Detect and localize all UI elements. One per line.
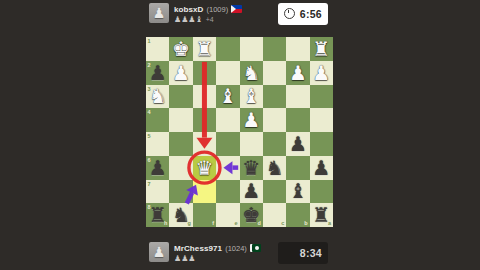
square-e3[interactable]: ♝ (216, 85, 239, 109)
square-h6[interactable]: 6♟ (146, 156, 169, 180)
square-b8[interactable]: b (286, 203, 309, 227)
rank-label: 7 (148, 181, 151, 187)
square-c3[interactable] (263, 85, 286, 109)
bottom-player-bar: ♟ MrChess971 (1024) ♟♟♟ 8:34 (146, 242, 334, 268)
square-a7[interactable] (310, 180, 333, 204)
rank-label: 5 (148, 133, 151, 139)
bottom-player-avatar[interactable]: ♟ (149, 242, 169, 262)
file-label: c (281, 220, 284, 226)
bottom-player-rating: (1024) (225, 244, 247, 253)
square-a5[interactable] (310, 132, 333, 156)
file-label: e (234, 220, 237, 226)
white-bishop: ♝ (240, 85, 263, 109)
square-f1[interactable]: ♜ (193, 37, 216, 61)
square-e2[interactable] (216, 61, 239, 85)
square-d7[interactable]: ♟ (240, 180, 263, 204)
top-player-name: kobsxD (174, 5, 204, 14)
bottom-player-info[interactable]: MrChess971 (1024) ♟♟♟ (174, 243, 261, 263)
square-g8[interactable]: g♞ (169, 203, 192, 227)
black-bishop: ♝ (286, 180, 309, 204)
top-captured-tray: ♟♟♟♝ +4 (174, 15, 242, 24)
white-knight: ♞ (240, 61, 263, 85)
square-d8[interactable]: d♚ (240, 203, 263, 227)
square-a8[interactable]: a♜ (310, 203, 333, 227)
pawn-avatar-icon: ♟ (153, 245, 166, 259)
square-h5[interactable]: 5 (146, 132, 169, 156)
white-rook: ♜ (310, 37, 333, 61)
square-d3[interactable]: ♝ (240, 85, 263, 109)
white-bishop: ♝ (216, 85, 239, 109)
square-h4[interactable]: 4 (146, 108, 169, 132)
white-pawn: ♟ (240, 108, 263, 132)
black-knight: ♞ (169, 203, 192, 227)
top-player-info[interactable]: kobsxD (1009) ♟♟♟♝ +4 (174, 4, 242, 24)
square-c6[interactable]: ♞ (263, 156, 286, 180)
bottom-captured-tray: ♟♟♟ (174, 254, 261, 263)
square-h3[interactable]: 3♞ (146, 85, 169, 109)
rank-label: 1 (148, 38, 151, 44)
white-rook: ♜ (193, 37, 216, 61)
square-g4[interactable] (169, 108, 192, 132)
square-g3[interactable] (169, 85, 192, 109)
square-c5[interactable] (263, 132, 286, 156)
square-g1[interactable]: ♚ (169, 37, 192, 61)
square-b2[interactable]: ♟ (286, 61, 309, 85)
square-e7[interactable] (216, 180, 239, 204)
captured-pieces: ♟♟♟♝ (174, 15, 203, 24)
rank-label: 4 (148, 109, 151, 115)
top-player-clock: 6:56 (278, 3, 328, 25)
square-g6[interactable] (169, 156, 192, 180)
white-pawn: ♟ (169, 61, 192, 85)
bottom-clock-time: 8:34 (300, 247, 322, 259)
square-a2[interactable]: ♟ (310, 61, 333, 85)
square-a3[interactable] (310, 85, 333, 109)
square-a6[interactable]: ♟ (310, 156, 333, 180)
square-f4[interactable] (193, 108, 216, 132)
pawn-avatar-icon: ♟ (153, 6, 166, 20)
square-h8[interactable]: 8h♜ (146, 203, 169, 227)
square-f5[interactable] (193, 132, 216, 156)
square-d2[interactable]: ♞ (240, 61, 263, 85)
black-pawn: ♟ (240, 180, 263, 204)
square-h2[interactable]: 2♟ (146, 61, 169, 85)
top-player-bar: ♟ kobsxD (1009) ♟♟♟♝ +4 6:56 (146, 3, 334, 29)
philippines-flag-icon (231, 5, 242, 13)
black-knight: ♞ (263, 156, 286, 180)
top-player-avatar[interactable]: ♟ (149, 3, 169, 23)
black-pawn: ♟ (286, 132, 309, 156)
white-queen: ♛ (193, 156, 216, 180)
square-b7[interactable]: ♝ (286, 180, 309, 204)
black-pawn: ♟ (310, 156, 333, 180)
square-e4[interactable] (216, 108, 239, 132)
top-player-rating: (1009) (207, 5, 229, 14)
square-b1[interactable] (286, 37, 309, 61)
square-d6[interactable]: ♛ (240, 156, 263, 180)
white-pawn: ♟ (310, 61, 333, 85)
square-a4[interactable] (310, 108, 333, 132)
square-f3[interactable] (193, 85, 216, 109)
square-c2[interactable] (263, 61, 286, 85)
square-h7[interactable]: 7 (146, 180, 169, 204)
square-b6[interactable] (286, 156, 309, 180)
white-king: ♚ (169, 37, 192, 61)
square-e8[interactable]: e (216, 203, 239, 227)
square-g7[interactable] (169, 180, 192, 204)
square-e5[interactable] (216, 132, 239, 156)
bottom-player-clock: 8:34 (278, 242, 328, 264)
square-d1[interactable] (240, 37, 263, 61)
material-advantage: +4 (206, 15, 214, 24)
black-rook: ♜ (310, 203, 333, 227)
black-queen: ♛ (240, 156, 263, 180)
square-f2[interactable] (193, 61, 216, 85)
square-c4[interactable] (263, 108, 286, 132)
black-king: ♚ (240, 203, 263, 227)
black-pawn: ♟ (146, 156, 169, 180)
file-label: f (212, 220, 214, 226)
pakistan-flag-icon (250, 244, 261, 252)
square-d4[interactable]: ♟ (240, 108, 263, 132)
top-clock-time: 6:56 (300, 8, 322, 20)
square-e6[interactable] (216, 156, 239, 180)
square-c1[interactable] (263, 37, 286, 61)
square-f6[interactable]: ♛ (193, 156, 216, 180)
square-h1[interactable]: 1 (146, 37, 169, 61)
square-c8[interactable]: c (263, 203, 286, 227)
square-a1[interactable]: ♜ (310, 37, 333, 61)
bottom-player-name: MrChess971 (174, 244, 222, 253)
square-b5[interactable]: ♟ (286, 132, 309, 156)
square-f7[interactable] (193, 180, 216, 204)
square-b3[interactable] (286, 85, 309, 109)
square-g2[interactable]: ♟ (169, 61, 192, 85)
black-pawn: ♟ (146, 61, 169, 85)
app-screen: ♟ kobsxD (1009) ♟♟♟♝ +4 6:56 1♚♜♜2♟♟♞♟♟3… (0, 0, 480, 270)
chess-board: 1♚♜♜2♟♟♞♟♟3♞♝♝4♟5♟6♟♛♛♞♟7♟♝8h♜g♞fed♚cba♜ (146, 37, 333, 227)
square-f8[interactable]: f (193, 203, 216, 227)
square-b4[interactable] (286, 108, 309, 132)
clock-icon (284, 8, 295, 19)
white-knight: ♞ (146, 85, 169, 109)
square-d5[interactable] (240, 132, 263, 156)
black-rook: ♜ (146, 203, 169, 227)
square-c7[interactable] (263, 180, 286, 204)
square-e1[interactable] (216, 37, 239, 61)
captured-pieces: ♟♟♟ (174, 254, 196, 263)
white-pawn: ♟ (286, 61, 309, 85)
file-label: b (304, 220, 307, 226)
square-g5[interactable] (169, 132, 192, 156)
